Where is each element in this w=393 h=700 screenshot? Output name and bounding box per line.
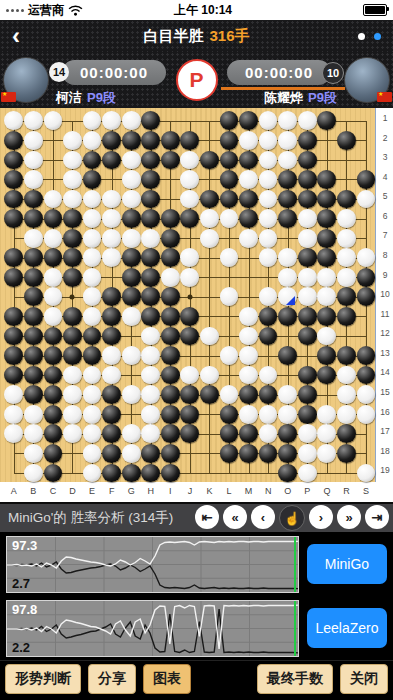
- board-point-N10[interactable]: [258, 287, 278, 307]
- board-point-P15[interactable]: [297, 385, 317, 405]
- board-point-N1[interactable]: [258, 111, 278, 131]
- board-point-J3[interactable]: [180, 150, 200, 170]
- board-point-P6[interactable]: [297, 209, 317, 229]
- share-button[interactable]: 分享: [88, 664, 136, 694]
- board-point-I14[interactable]: [161, 365, 181, 385]
- board-point-N18[interactable]: [258, 444, 278, 464]
- board-point-H19[interactable]: [141, 463, 161, 483]
- board-point-N3[interactable]: [258, 150, 278, 170]
- board-point-I7[interactable]: [161, 228, 181, 248]
- board-point-R15[interactable]: [337, 385, 357, 405]
- board-point-C2[interactable]: [43, 131, 63, 151]
- board-point-A9[interactable]: [4, 268, 24, 288]
- board-point-F17[interactable]: [102, 424, 122, 444]
- board-point-B14[interactable]: [24, 365, 44, 385]
- board-point-L8[interactable]: [219, 248, 239, 268]
- board-point-M12[interactable]: [239, 326, 259, 346]
- board-point-D17[interactable]: [63, 424, 83, 444]
- board-point-B18[interactable]: [24, 444, 44, 464]
- board-point-A17[interactable]: [4, 424, 24, 444]
- board-point-M5[interactable]: [239, 189, 259, 209]
- skip-to-end-button[interactable]: ⇥: [365, 505, 389, 529]
- board-point-G14[interactable]: [121, 365, 141, 385]
- board-point-G17[interactable]: [121, 424, 141, 444]
- board-point-I17[interactable]: [161, 424, 181, 444]
- board-point-S9[interactable]: [356, 268, 376, 288]
- board-point-I6[interactable]: [161, 209, 181, 229]
- board-point-Q1[interactable]: [317, 111, 337, 131]
- board-point-C9[interactable]: [43, 268, 63, 288]
- board-point-C4[interactable]: [43, 170, 63, 190]
- board-point-I19[interactable]: [161, 463, 181, 483]
- board-point-O14[interactable]: [278, 365, 298, 385]
- board-point-M19[interactable]: [239, 463, 259, 483]
- board-point-O16[interactable]: [278, 404, 298, 424]
- board-point-P2[interactable]: [297, 131, 317, 151]
- board-point-B15[interactable]: [24, 385, 44, 405]
- board-point-H18[interactable]: [141, 444, 161, 464]
- board-point-C11[interactable]: [43, 307, 63, 327]
- board-point-H6[interactable]: [141, 209, 161, 229]
- board-point-P14[interactable]: [297, 365, 317, 385]
- board-point-F15[interactable]: [102, 385, 122, 405]
- board-point-E10[interactable]: [82, 287, 102, 307]
- board-point-C19[interactable]: [43, 463, 63, 483]
- board-point-C12[interactable]: [43, 326, 63, 346]
- board-point-M2[interactable]: [239, 131, 259, 151]
- board-point-M7[interactable]: [239, 228, 259, 248]
- board-point-Q16[interactable]: [317, 404, 337, 424]
- final-moves-button[interactable]: 最终手数: [257, 664, 333, 694]
- board-point-C5[interactable]: [43, 189, 63, 209]
- board-point-J2[interactable]: [180, 131, 200, 151]
- board-point-F10[interactable]: [102, 287, 122, 307]
- board-point-H15[interactable]: [141, 385, 161, 405]
- board-point-G8[interactable]: [121, 248, 141, 268]
- board-point-Q8[interactable]: [317, 248, 337, 268]
- board-point-E9[interactable]: [82, 268, 102, 288]
- board-point-E4[interactable]: [82, 170, 102, 190]
- board-point-Q2[interactable]: [317, 131, 337, 151]
- board-point-C18[interactable]: [43, 444, 63, 464]
- board-point-L15[interactable]: [219, 385, 239, 405]
- board-point-E5[interactable]: [82, 189, 102, 209]
- board-point-J1[interactable]: [180, 111, 200, 131]
- board-point-E6[interactable]: [82, 209, 102, 229]
- board-point-P7[interactable]: [297, 228, 317, 248]
- board-point-O1[interactable]: [278, 111, 298, 131]
- board-point-M14[interactable]: [239, 365, 259, 385]
- board-point-A2[interactable]: [4, 131, 24, 151]
- board-point-I18[interactable]: [161, 444, 181, 464]
- board-point-B13[interactable]: [24, 346, 44, 366]
- board-point-G16[interactable]: [121, 404, 141, 424]
- board-point-N2[interactable]: [258, 131, 278, 151]
- board-point-M3[interactable]: [239, 150, 259, 170]
- board-point-G6[interactable]: [121, 209, 141, 229]
- board-point-L18[interactable]: [219, 444, 239, 464]
- board-point-H13[interactable]: [141, 346, 161, 366]
- board-point-K13[interactable]: [200, 346, 220, 366]
- board-point-F1[interactable]: [102, 111, 122, 131]
- board-point-L13[interactable]: [219, 346, 239, 366]
- board-point-F2[interactable]: [102, 131, 122, 151]
- board-point-O6[interactable]: [278, 209, 298, 229]
- board-point-Q5[interactable]: [317, 189, 337, 209]
- fast-backward-button[interactable]: «: [223, 505, 247, 529]
- board-point-H2[interactable]: [141, 131, 161, 151]
- board-point-O19[interactable]: [278, 463, 298, 483]
- board-point-C13[interactable]: [43, 346, 63, 366]
- board-point-M9[interactable]: [239, 268, 259, 288]
- board-point-F19[interactable]: [102, 463, 122, 483]
- board-point-B9[interactable]: [24, 268, 44, 288]
- board-point-S12[interactable]: [356, 326, 376, 346]
- board-point-A15[interactable]: [4, 385, 24, 405]
- board-point-B3[interactable]: [24, 150, 44, 170]
- board-point-I5[interactable]: [161, 189, 181, 209]
- board-point-M15[interactable]: [239, 385, 259, 405]
- step-backward-button[interactable]: ‹: [251, 505, 275, 529]
- board-point-Q9[interactable]: [317, 268, 337, 288]
- board-point-P9[interactable]: [297, 268, 317, 288]
- board-point-F14[interactable]: [102, 365, 122, 385]
- board-point-G19[interactable]: [121, 463, 141, 483]
- board-point-S19[interactable]: [356, 463, 376, 483]
- board-point-O5[interactable]: [278, 189, 298, 209]
- board-point-G9[interactable]: [121, 268, 141, 288]
- board-point-J14[interactable]: [180, 365, 200, 385]
- board-point-D19[interactable]: [63, 463, 83, 483]
- board-point-I8[interactable]: [161, 248, 181, 268]
- board-point-E3[interactable]: [82, 150, 102, 170]
- board-point-S15[interactable]: [356, 385, 376, 405]
- board-point-A18[interactable]: [4, 444, 24, 464]
- board-point-H12[interactable]: [141, 326, 161, 346]
- board-point-R9[interactable]: [337, 268, 357, 288]
- minigo-engine-button[interactable]: MiniGo: [307, 544, 387, 584]
- step-forward-button[interactable]: ›: [309, 505, 333, 529]
- board-point-B2[interactable]: [24, 131, 44, 151]
- board-point-D2[interactable]: [63, 131, 83, 151]
- board-point-F12[interactable]: [102, 326, 122, 346]
- board-point-L14[interactable]: [219, 365, 239, 385]
- board-point-I2[interactable]: [161, 131, 181, 151]
- board-point-F18[interactable]: [102, 444, 122, 464]
- board-point-M16[interactable]: [239, 404, 259, 424]
- board-point-G11[interactable]: [121, 307, 141, 327]
- board-point-A11[interactable]: [4, 307, 24, 327]
- board-point-O17[interactable]: [278, 424, 298, 444]
- board-point-K14[interactable]: [200, 365, 220, 385]
- board-point-H9[interactable]: [141, 268, 161, 288]
- board-point-M18[interactable]: [239, 444, 259, 464]
- board-point-P5[interactable]: [297, 189, 317, 209]
- board-point-J9[interactable]: [180, 268, 200, 288]
- board-point-R1[interactable]: [337, 111, 357, 131]
- board-point-J15[interactable]: [180, 385, 200, 405]
- board-point-H10[interactable]: [141, 287, 161, 307]
- board-point-G1[interactable]: [121, 111, 141, 131]
- board-point-L19[interactable]: [219, 463, 239, 483]
- board-point-C14[interactable]: [43, 365, 63, 385]
- board-point-J7[interactable]: [180, 228, 200, 248]
- board-point-M10[interactable]: [239, 287, 259, 307]
- board-point-S7[interactable]: [356, 228, 376, 248]
- board-point-G13[interactable]: [121, 346, 141, 366]
- board-point-M1[interactable]: [239, 111, 259, 131]
- board-point-S3[interactable]: [356, 150, 376, 170]
- board-point-C16[interactable]: [43, 404, 63, 424]
- board-point-L10[interactable]: [219, 287, 239, 307]
- board-point-F7[interactable]: [102, 228, 122, 248]
- board-point-P3[interactable]: [297, 150, 317, 170]
- board-point-C15[interactable]: [43, 385, 63, 405]
- board-point-J18[interactable]: [180, 444, 200, 464]
- board-point-S4[interactable]: [356, 170, 376, 190]
- chart-button[interactable]: 图表: [143, 664, 191, 694]
- board-point-L5[interactable]: [219, 189, 239, 209]
- board-point-O7[interactable]: [278, 228, 298, 248]
- board-point-O2[interactable]: [278, 131, 298, 151]
- board-point-C10[interactable]: [43, 287, 63, 307]
- board-point-L16[interactable]: [219, 404, 239, 424]
- board-point-N14[interactable]: [258, 365, 278, 385]
- board-point-B17[interactable]: [24, 424, 44, 444]
- board-point-N6[interactable]: [258, 209, 278, 229]
- board-point-Q13[interactable]: [317, 346, 337, 366]
- board-point-S2[interactable]: [356, 131, 376, 151]
- board-point-P16[interactable]: [297, 404, 317, 424]
- board-point-R8[interactable]: [337, 248, 357, 268]
- board-point-B4[interactable]: [24, 170, 44, 190]
- board-point-Q6[interactable]: [317, 209, 337, 229]
- board-point-M17[interactable]: [239, 424, 259, 444]
- board-point-H7[interactable]: [141, 228, 161, 248]
- board-point-Q17[interactable]: [317, 424, 337, 444]
- board-point-S18[interactable]: [356, 444, 376, 464]
- board-point-A19[interactable]: [4, 463, 24, 483]
- board-point-G15[interactable]: [121, 385, 141, 405]
- minigo-winrate-chart[interactable]: 97.3 2.7: [6, 536, 299, 593]
- board-point-J16[interactable]: [180, 404, 200, 424]
- board-point-D10[interactable]: [63, 287, 83, 307]
- board-point-O10[interactable]: [278, 287, 298, 307]
- board-point-D12[interactable]: [63, 326, 83, 346]
- board-point-K2[interactable]: [200, 131, 220, 151]
- board-point-P13[interactable]: [297, 346, 317, 366]
- board-point-G12[interactable]: [121, 326, 141, 346]
- board-point-F13[interactable]: [102, 346, 122, 366]
- board-point-Q7[interactable]: [317, 228, 337, 248]
- board-point-D13[interactable]: [63, 346, 83, 366]
- board-point-S11[interactable]: [356, 307, 376, 327]
- board-point-I16[interactable]: [161, 404, 181, 424]
- board-point-Q3[interactable]: [317, 150, 337, 170]
- board-point-D3[interactable]: [63, 150, 83, 170]
- board-point-R7[interactable]: [337, 228, 357, 248]
- board-point-N13[interactable]: [258, 346, 278, 366]
- board-point-J12[interactable]: [180, 326, 200, 346]
- skip-to-start-button[interactable]: ⇤: [195, 505, 219, 529]
- board-point-A4[interactable]: [4, 170, 24, 190]
- board-point-O8[interactable]: [278, 248, 298, 268]
- board-point-D16[interactable]: [63, 404, 83, 424]
- board-point-R18[interactable]: [337, 444, 357, 464]
- board-point-O13[interactable]: [278, 346, 298, 366]
- board-point-K10[interactable]: [200, 287, 220, 307]
- board-point-E19[interactable]: [82, 463, 102, 483]
- board-point-F9[interactable]: [102, 268, 122, 288]
- board-point-A7[interactable]: [4, 228, 24, 248]
- board-point-N11[interactable]: [258, 307, 278, 327]
- board-point-S14[interactable]: [356, 365, 376, 385]
- board-point-H4[interactable]: [141, 170, 161, 190]
- board-point-S17[interactable]: [356, 424, 376, 444]
- board-point-I11[interactable]: [161, 307, 181, 327]
- board-point-H17[interactable]: [141, 424, 161, 444]
- board-point-A10[interactable]: [4, 287, 24, 307]
- fast-forward-button[interactable]: »: [337, 505, 361, 529]
- board-point-E7[interactable]: [82, 228, 102, 248]
- board-point-P18[interactable]: [297, 444, 317, 464]
- board-point-I1[interactable]: [161, 111, 181, 131]
- board-point-D4[interactable]: [63, 170, 83, 190]
- hand-tool-button[interactable]: ☝: [279, 505, 305, 531]
- board-point-H3[interactable]: [141, 150, 161, 170]
- board-point-S8[interactable]: [356, 248, 376, 268]
- board-point-C6[interactable]: [43, 209, 63, 229]
- board-point-H1[interactable]: [141, 111, 161, 131]
- board-point-I3[interactable]: [161, 150, 181, 170]
- board-point-N7[interactable]: [258, 228, 278, 248]
- board-point-P12[interactable]: [297, 326, 317, 346]
- board-point-O12[interactable]: [278, 326, 298, 346]
- board-point-A8[interactable]: [4, 248, 24, 268]
- board-point-D6[interactable]: [63, 209, 83, 229]
- board-point-D11[interactable]: [63, 307, 83, 327]
- board-point-H11[interactable]: [141, 307, 161, 327]
- board-point-E13[interactable]: [82, 346, 102, 366]
- board-point-P1[interactable]: [297, 111, 317, 131]
- board-point-R6[interactable]: [337, 209, 357, 229]
- board-point-B6[interactable]: [24, 209, 44, 229]
- board-point-D14[interactable]: [63, 365, 83, 385]
- board-point-F6[interactable]: [102, 209, 122, 229]
- board-point-N5[interactable]: [258, 189, 278, 209]
- board-point-M6[interactable]: [239, 209, 259, 229]
- board-point-A6[interactable]: [4, 209, 24, 229]
- board-point-K6[interactable]: [200, 209, 220, 229]
- board-point-E16[interactable]: [82, 404, 102, 424]
- board-point-S1[interactable]: [356, 111, 376, 131]
- board-point-N9[interactable]: [258, 268, 278, 288]
- board-point-S5[interactable]: [356, 189, 376, 209]
- board-point-N15[interactable]: [258, 385, 278, 405]
- board-point-P4[interactable]: [297, 170, 317, 190]
- board-point-M4[interactable]: [239, 170, 259, 190]
- board-point-E15[interactable]: [82, 385, 102, 405]
- board-point-E11[interactable]: [82, 307, 102, 327]
- board-point-P17[interactable]: [297, 424, 317, 444]
- board-point-K5[interactable]: [200, 189, 220, 209]
- board-point-A13[interactable]: [4, 346, 24, 366]
- board-point-G5[interactable]: [121, 189, 141, 209]
- board-point-J6[interactable]: [180, 209, 200, 229]
- board-point-B5[interactable]: [24, 189, 44, 209]
- board-point-I10[interactable]: [161, 287, 181, 307]
- board-point-L1[interactable]: [219, 111, 239, 131]
- board-point-D9[interactable]: [63, 268, 83, 288]
- board-point-E17[interactable]: [82, 424, 102, 444]
- board-point-L17[interactable]: [219, 424, 239, 444]
- board-point-R19[interactable]: [337, 463, 357, 483]
- board-point-N17[interactable]: [258, 424, 278, 444]
- board-point-B19[interactable]: [24, 463, 44, 483]
- board-point-D15[interactable]: [63, 385, 83, 405]
- board-point-Q19[interactable]: [317, 463, 337, 483]
- board-point-G3[interactable]: [121, 150, 141, 170]
- board-point-G10[interactable]: [121, 287, 141, 307]
- pass-badge[interactable]: P: [176, 59, 218, 101]
- board-point-S13[interactable]: [356, 346, 376, 366]
- board-point-C1[interactable]: [43, 111, 63, 131]
- board-point-J19[interactable]: [180, 463, 200, 483]
- board-point-R13[interactable]: [337, 346, 357, 366]
- board-point-B12[interactable]: [24, 326, 44, 346]
- board-point-A5[interactable]: [4, 189, 24, 209]
- board-point-R2[interactable]: [337, 131, 357, 151]
- board-point-Q10[interactable]: [317, 287, 337, 307]
- board-point-A1[interactable]: [4, 111, 24, 131]
- board-point-K9[interactable]: [200, 268, 220, 288]
- board-point-B16[interactable]: [24, 404, 44, 424]
- board-point-K19[interactable]: [200, 463, 220, 483]
- board-point-L6[interactable]: [219, 209, 239, 229]
- board-point-F3[interactable]: [102, 150, 122, 170]
- board-point-N16[interactable]: [258, 404, 278, 424]
- board-point-J10[interactable]: [180, 287, 200, 307]
- board-point-Q18[interactable]: [317, 444, 337, 464]
- board-point-D1[interactable]: [63, 111, 83, 131]
- board-point-B8[interactable]: [24, 248, 44, 268]
- board-point-O15[interactable]: [278, 385, 298, 405]
- board-point-R5[interactable]: [337, 189, 357, 209]
- board-point-O3[interactable]: [278, 150, 298, 170]
- board-point-C17[interactable]: [43, 424, 63, 444]
- board-point-L2[interactable]: [219, 131, 239, 151]
- board-point-K4[interactable]: [200, 170, 220, 190]
- board-point-K8[interactable]: [200, 248, 220, 268]
- board-point-I12[interactable]: [161, 326, 181, 346]
- board-point-D8[interactable]: [63, 248, 83, 268]
- board-point-G4[interactable]: [121, 170, 141, 190]
- board-point-R4[interactable]: [337, 170, 357, 190]
- board-point-I9[interactable]: [161, 268, 181, 288]
- board-point-O4[interactable]: [278, 170, 298, 190]
- board-point-Q15[interactable]: [317, 385, 337, 405]
- board-point-B7[interactable]: [24, 228, 44, 248]
- board-point-E12[interactable]: [82, 326, 102, 346]
- board-point-D18[interactable]: [63, 444, 83, 464]
- board-point-S16[interactable]: [356, 404, 376, 424]
- board-point-O9[interactable]: [278, 268, 298, 288]
- board-point-N8[interactable]: [258, 248, 278, 268]
- board-point-H5[interactable]: [141, 189, 161, 209]
- board-point-D5[interactable]: [63, 189, 83, 209]
- board-point-N4[interactable]: [258, 170, 278, 190]
- board-point-Q4[interactable]: [317, 170, 337, 190]
